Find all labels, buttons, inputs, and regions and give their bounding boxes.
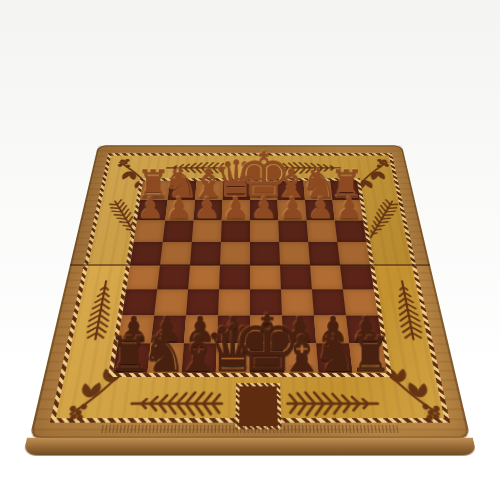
piece-black-pawn[interactable]: ♟ [222,193,249,223]
square-e6[interactable] [250,220,279,242]
square-d6[interactable] [221,220,250,242]
square-a7[interactable]: ♟ [137,200,168,220]
square-d4[interactable] [219,265,250,289]
square-e5[interactable] [250,242,280,265]
piece-black-pawn[interactable]: ♟ [307,193,334,223]
chess-board: ♜♞♝♛♚♝♞♜♟♟♟♟♟♟♟♟♟♟♟♟♟♟♟♟♜♞♝♛♚♝♞♜ [29,145,471,439]
square-e1[interactable]: ♚ [250,343,284,373]
square-g5[interactable] [308,242,340,265]
square-b7[interactable]: ♟ [165,200,195,220]
square-f6[interactable] [278,220,308,242]
bottom-center-inlay-block [235,383,281,429]
square-b5[interactable] [160,242,192,265]
square-d7[interactable]: ♟ [222,200,250,220]
piece-black-pawn[interactable]: ♟ [194,193,221,223]
square-g1[interactable]: ♞ [316,343,353,373]
fern-frond-motif [266,387,401,420]
square-d5[interactable] [220,242,250,265]
square-a4[interactable] [126,265,160,289]
end-grain-strip [101,425,398,433]
piece-black-pawn[interactable]: ♟ [165,193,192,223]
piece-black-pawn[interactable]: ♟ [279,193,306,223]
fern-frond-motif [387,269,431,354]
square-h7[interactable]: ♟ [332,200,363,220]
square-f5[interactable] [279,242,310,265]
square-h4[interactable] [340,265,374,289]
fern-frond-motif [267,160,356,176]
piece-black-pawn[interactable]: ♟ [137,193,164,223]
square-g4[interactable] [310,265,343,289]
piece-black-pawn[interactable]: ♟ [336,193,363,223]
square-h1[interactable]: ♜ [349,343,387,373]
photo-background: { "game": "chess", "scene_description": … [0,0,500,500]
square-c6[interactable] [192,220,222,242]
piece-white-king[interactable]: ♚ [232,304,302,382]
square-c4[interactable] [188,265,220,289]
fern-frond-motif [151,160,240,176]
square-g7[interactable]: ♟ [305,200,335,220]
square-e4[interactable] [250,265,281,289]
perspective-scene: ♜♞♝♛♚♝♞♜♟♟♟♟♟♟♟♟♟♟♟♟♟♟♟♟♜♞♝♛♚♝♞♜ [0,0,500,500]
square-c5[interactable] [190,242,221,265]
square-e7[interactable]: ♟ [250,200,278,220]
board-front-edge [23,438,477,456]
fern-frond-motif [108,387,243,420]
square-f7[interactable]: ♟ [277,200,306,220]
piece-black-pawn[interactable]: ♟ [251,193,278,223]
square-c7[interactable]: ♟ [193,200,222,220]
square-b6[interactable] [163,220,194,242]
checkerboard-grid: ♜♞♝♛♚♝♞♜♟♟♟♟♟♟♟♟♟♟♟♟♟♟♟♟♜♞♝♛♚♝♞♜ [113,181,387,373]
square-g6[interactable] [307,220,338,242]
playing-area: ♜♞♝♛♚♝♞♜♟♟♟♟♟♟♟♟♟♟♟♟♟♟♟♟♜♞♝♛♚♝♞♜ [108,178,392,377]
piece-white-rook[interactable]: ♜ [349,331,392,379]
stage: ♜♞♝♛♚♝♞♜♟♟♟♟♟♟♟♟♟♟♟♟♟♟♟♟♜♞♝♛♚♝♞♜ [0,0,500,500]
square-f4[interactable] [280,265,312,289]
square-b4[interactable] [157,265,190,289]
